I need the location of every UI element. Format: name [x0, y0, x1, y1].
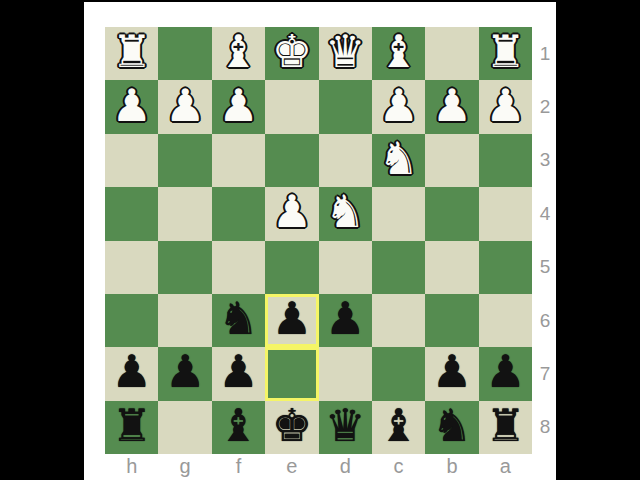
file-labels: hgfedcba — [105, 453, 532, 479]
square-c4[interactable] — [372, 187, 425, 240]
piece-bp-f7[interactable]: ♟ — [218, 349, 258, 394]
rank-label-5: 5 — [532, 241, 558, 294]
square-f1[interactable]: ♝ — [212, 27, 265, 80]
file-label-h: h — [105, 453, 158, 479]
piece-br-a8[interactable]: ♜ — [485, 403, 525, 448]
file-label-c: c — [372, 453, 425, 479]
rank-label-3: 3 — [532, 134, 558, 187]
file-label-f: f — [212, 453, 265, 479]
rank-label-2: 2 — [532, 80, 558, 133]
square-b2[interactable]: ♟ — [425, 80, 478, 133]
square-e2[interactable] — [265, 80, 318, 133]
piece-wb-c1[interactable]: ♝ — [378, 29, 418, 74]
piece-wp-h2[interactable]: ♟ — [112, 83, 152, 128]
piece-bn-f6[interactable]: ♞ — [218, 296, 258, 341]
piece-wp-e4[interactable]: ♟ — [272, 189, 312, 234]
square-c2[interactable]: ♟ — [372, 80, 425, 133]
square-g8[interactable] — [158, 401, 211, 454]
square-h6[interactable] — [105, 294, 158, 347]
square-b7[interactable]: ♟ — [425, 347, 478, 400]
square-e5[interactable] — [265, 241, 318, 294]
piece-bp-e6[interactable]: ♟ — [272, 296, 312, 341]
square-b8[interactable]: ♞ — [425, 401, 478, 454]
file-label-b: b — [425, 453, 478, 479]
piece-wr-h1[interactable]: ♜ — [112, 29, 152, 74]
rank-label-7: 7 — [532, 347, 558, 400]
piece-wp-c2[interactable]: ♟ — [378, 83, 418, 128]
square-g1[interactable] — [158, 27, 211, 80]
square-e3[interactable] — [265, 134, 318, 187]
rank-label-4: 4 — [532, 187, 558, 240]
square-a7[interactable]: ♟ — [479, 347, 532, 400]
square-d1[interactable]: ♛ — [319, 27, 372, 80]
piece-bp-a7[interactable]: ♟ — [485, 349, 525, 394]
square-b6[interactable] — [425, 294, 478, 347]
square-h1[interactable]: ♜ — [105, 27, 158, 80]
square-h8[interactable]: ♜ — [105, 401, 158, 454]
piece-wp-g2[interactable]: ♟ — [165, 83, 205, 128]
square-d7[interactable] — [319, 347, 372, 400]
piece-wr-a1[interactable]: ♜ — [485, 29, 525, 74]
piece-wn-d4[interactable]: ♞ — [325, 189, 365, 234]
square-f7[interactable]: ♟ — [212, 347, 265, 400]
square-c1[interactable]: ♝ — [372, 27, 425, 80]
square-h2[interactable]: ♟ — [105, 80, 158, 133]
piece-wk-e1[interactable]: ♚ — [272, 29, 312, 74]
square-h4[interactable] — [105, 187, 158, 240]
piece-br-h8[interactable]: ♜ — [112, 403, 152, 448]
piece-bn-b8[interactable]: ♞ — [432, 403, 472, 448]
rank-labels: 12345678 — [532, 27, 558, 454]
file-label-g: g — [158, 453, 211, 479]
square-e1[interactable]: ♚ — [265, 27, 318, 80]
square-c8[interactable]: ♝ — [372, 401, 425, 454]
square-b1[interactable] — [425, 27, 478, 80]
square-d3[interactable] — [319, 134, 372, 187]
square-f3[interactable] — [212, 134, 265, 187]
piece-wb-f1[interactable]: ♝ — [218, 29, 258, 74]
square-a1[interactable]: ♜ — [479, 27, 532, 80]
square-d5[interactable] — [319, 241, 372, 294]
letterbox-bar-left — [0, 0, 84, 480]
square-c5[interactable] — [372, 241, 425, 294]
square-h7[interactable]: ♟ — [105, 347, 158, 400]
square-a3[interactable] — [479, 134, 532, 187]
piece-bp-d6[interactable]: ♟ — [325, 296, 365, 341]
video-frame: ♜♝♚♛♝♜♟♟♟♟♟♟♞♟♞♞♟♟♟♟♟♟♟♜♝♚♛♝♞♜ hgfedcba … — [0, 0, 640, 480]
square-g5[interactable] — [158, 241, 211, 294]
square-g7[interactable]: ♟ — [158, 347, 211, 400]
square-c6[interactable] — [372, 294, 425, 347]
piece-bp-b7[interactable]: ♟ — [432, 349, 472, 394]
square-a8[interactable]: ♜ — [479, 401, 532, 454]
piece-bb-c8[interactable]: ♝ — [378, 403, 418, 448]
square-h5[interactable] — [105, 241, 158, 294]
square-c7[interactable] — [372, 347, 425, 400]
piece-bq-d8[interactable]: ♛ — [325, 403, 365, 448]
square-e7[interactable] — [265, 347, 318, 400]
chess-board: ♜♝♚♛♝♜♟♟♟♟♟♟♞♟♞♞♟♟♟♟♟♟♟♜♝♚♛♝♞♜ — [105, 27, 532, 454]
square-e6[interactable]: ♟ — [265, 294, 318, 347]
rank-label-8: 8 — [532, 401, 558, 454]
square-d2[interactable] — [319, 80, 372, 133]
square-b5[interactable] — [425, 241, 478, 294]
rank-label-6: 6 — [532, 294, 558, 347]
file-label-e: e — [265, 453, 318, 479]
square-e4[interactable]: ♟ — [265, 187, 318, 240]
square-b3[interactable] — [425, 134, 478, 187]
square-d4[interactable]: ♞ — [319, 187, 372, 240]
letterbox-bar-right — [556, 0, 640, 480]
file-label-a: a — [479, 453, 532, 479]
square-f4[interactable] — [212, 187, 265, 240]
square-g6[interactable] — [158, 294, 211, 347]
square-h3[interactable] — [105, 134, 158, 187]
square-f6[interactable]: ♞ — [212, 294, 265, 347]
square-d6[interactable]: ♟ — [319, 294, 372, 347]
piece-wn-c3[interactable]: ♞ — [378, 136, 418, 181]
piece-wp-f2[interactable]: ♟ — [218, 83, 258, 128]
square-a5[interactable] — [479, 241, 532, 294]
square-g3[interactable] — [158, 134, 211, 187]
piece-bp-g7[interactable]: ♟ — [165, 349, 205, 394]
square-a4[interactable] — [479, 187, 532, 240]
piece-bk-e8[interactable]: ♚ — [272, 403, 312, 448]
square-e8[interactable]: ♚ — [265, 401, 318, 454]
square-f5[interactable] — [212, 241, 265, 294]
file-label-d: d — [319, 453, 372, 479]
piece-bb-f8[interactable]: ♝ — [218, 403, 258, 448]
square-f2[interactable]: ♟ — [212, 80, 265, 133]
square-a6[interactable] — [479, 294, 532, 347]
square-a2[interactable]: ♟ — [479, 80, 532, 133]
square-c3[interactable]: ♞ — [372, 134, 425, 187]
square-g4[interactable] — [158, 187, 211, 240]
piece-bp-h7[interactable]: ♟ — [112, 349, 152, 394]
piece-wq-d1[interactable]: ♛ — [325, 29, 365, 74]
piece-wp-a2[interactable]: ♟ — [485, 83, 525, 128]
square-g2[interactable]: ♟ — [158, 80, 211, 133]
square-b4[interactable] — [425, 187, 478, 240]
top-border-line — [0, 0, 640, 2]
square-f8[interactable]: ♝ — [212, 401, 265, 454]
piece-wp-b2[interactable]: ♟ — [432, 83, 472, 128]
rank-label-1: 1 — [532, 27, 558, 80]
square-d8[interactable]: ♛ — [319, 401, 372, 454]
